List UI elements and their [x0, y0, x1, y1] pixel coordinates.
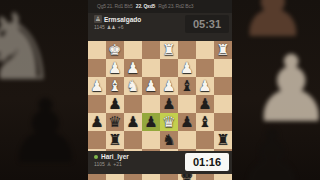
- white-pawn[interactable]: ♟: [178, 59, 196, 77]
- backdrop-pawn-icon: ♟: [6, 88, 85, 176]
- board-square-f3[interactable]: ♞: [124, 77, 142, 95]
- board-square-h6[interactable]: [88, 131, 106, 149]
- board-square-g4[interactable]: ♟: [106, 95, 124, 113]
- online-dot-icon: [94, 155, 98, 159]
- board-square-b3[interactable]: ♟: [196, 77, 214, 95]
- board-square-d2[interactable]: [160, 59, 178, 77]
- bottom-player-captured-pieces: ♙: [107, 161, 111, 167]
- top-player-clock: 05:31: [185, 15, 229, 33]
- white-pawn[interactable]: ♟: [106, 59, 124, 77]
- board-square-c6[interactable]: [178, 131, 196, 149]
- board-square-g2[interactable]: ♟: [106, 59, 124, 77]
- moves-after: Rg6 23. Rd2 Bc3: [158, 3, 193, 9]
- board-square-e1[interactable]: [142, 41, 160, 59]
- board-square-a2[interactable]: [214, 59, 232, 77]
- top-player-bar: ♙ Ermsalgado 1145 ♟♟ +6 05:31: [88, 13, 232, 41]
- board-square-g5[interactable]: ♛: [106, 113, 124, 131]
- move-list[interactable]: Qg5 21. Rd1 Bb5 22. Qxd5 Rg6 23. Rd2 Bc3: [88, 0, 232, 13]
- board-square-h4[interactable]: [88, 95, 106, 113]
- bottom-player-material-advantage: +21: [113, 161, 121, 167]
- board-square-b2[interactable]: [196, 59, 214, 77]
- black-pawn[interactable]: ♟: [142, 113, 160, 131]
- board-square-e3[interactable]: ♟: [142, 77, 160, 95]
- board-square-d6[interactable]: ♞: [160, 131, 178, 149]
- board-square-f1[interactable]: [124, 41, 142, 59]
- black-bishop[interactable]: ♝: [178, 77, 196, 95]
- white-pawn[interactable]: ♟: [124, 59, 142, 77]
- white-rook[interactable]: ♜: [214, 41, 232, 59]
- bottom-player-name[interactable]: Hari_Iyer: [101, 153, 129, 160]
- white-king[interactable]: ♚: [106, 41, 124, 59]
- board-square-f2[interactable]: ♟: [124, 59, 142, 77]
- board-square-h5[interactable]: ♟: [88, 113, 106, 131]
- bottom-player-clock: 01:16: [185, 153, 229, 171]
- bottom-player-rating: 1105: [94, 161, 105, 167]
- chess-app-capture: Qg5 21. Rd1 Bb5 22. Qxd5 Rg6 23. Rd2 Bc3…: [88, 0, 232, 180]
- board-square-f5[interactable]: ♟: [124, 113, 142, 131]
- board-square-a6[interactable]: ♜: [214, 131, 232, 149]
- black-rook[interactable]: ♜: [214, 131, 232, 149]
- white-knight[interactable]: ♞: [124, 77, 142, 95]
- board-square-c3[interactable]: ♝: [178, 77, 196, 95]
- white-rook[interactable]: ♜: [160, 41, 178, 59]
- board-square-b6[interactable]: [196, 131, 214, 149]
- white-pawn[interactable]: ♟: [88, 77, 106, 95]
- board-square-h1[interactable]: [88, 41, 106, 59]
- board-square-f4[interactable]: [124, 95, 142, 113]
- moves-current: 22. Qxd5: [134, 3, 157, 9]
- black-bishop[interactable]: ♝: [196, 113, 214, 131]
- board-square-c2[interactable]: ♟: [178, 59, 196, 77]
- black-pawn[interactable]: ♟: [124, 113, 142, 131]
- black-pawn[interactable]: ♟: [178, 113, 196, 131]
- top-player-name[interactable]: Ermsalgado: [104, 16, 141, 23]
- board-square-c4[interactable]: [178, 95, 196, 113]
- board-square-a3[interactable]: [214, 77, 232, 95]
- board-square-g3[interactable]: ♝: [106, 77, 124, 95]
- white-pawn[interactable]: ♟: [160, 77, 178, 95]
- white-queen[interactable]: ♛: [160, 113, 178, 131]
- board-square-d4[interactable]: ♟: [160, 95, 178, 113]
- top-player-captured-pieces: ♟♟: [107, 24, 116, 30]
- board-square-a4[interactable]: [214, 95, 232, 113]
- board-square-e4[interactable]: [142, 95, 160, 113]
- board-square-d3[interactable]: ♟: [160, 77, 178, 95]
- board-square-g1[interactable]: ♚: [106, 41, 124, 59]
- board-square-f6[interactable]: [124, 131, 142, 149]
- board-square-a1[interactable]: ♜: [214, 41, 232, 59]
- screenshot-root: ♞ ♟ ♟ ♟ ♟ Qg5 21. Rd1 Bb5 22. Qxd5 Rg6 2…: [0, 0, 320, 180]
- black-queen[interactable]: ♛: [106, 113, 124, 131]
- black-pawn[interactable]: ♟: [88, 113, 106, 131]
- board-square-h2[interactable]: [88, 59, 106, 77]
- moves-before: Qg5 21. Rd1 Bb5: [97, 3, 133, 9]
- board-square-d1[interactable]: ♜: [160, 41, 178, 59]
- board-square-b5[interactable]: ♝: [196, 113, 214, 131]
- white-pawn[interactable]: ♟: [142, 77, 160, 95]
- white-pawn[interactable]: ♟: [196, 77, 214, 95]
- top-player-material-advantage: +6: [118, 24, 124, 30]
- board-square-c1[interactable]: [178, 41, 196, 59]
- board-square-g6[interactable]: ♜: [106, 131, 124, 149]
- board-square-h3[interactable]: ♟: [88, 77, 106, 95]
- backdrop-pawn-icon: ♟: [236, 120, 308, 180]
- bottom-player-bar: Hari_Iyer 1105 ♙ +21 01:16: [88, 151, 232, 174]
- board-square-e6[interactable]: [142, 131, 160, 149]
- board-square-c5[interactable]: ♟: [178, 113, 196, 131]
- black-knight[interactable]: ♞: [160, 131, 178, 149]
- board-square-a5[interactable]: [214, 113, 232, 131]
- black-pawn[interactable]: ♟: [160, 95, 178, 113]
- white-bishop[interactable]: ♝: [106, 77, 124, 95]
- top-player-avatar[interactable]: ♙: [94, 15, 102, 23]
- black-pawn[interactable]: ♟: [196, 95, 214, 113]
- board-square-e2[interactable]: [142, 59, 160, 77]
- board-square-b1[interactable]: [196, 41, 214, 59]
- board-square-b4[interactable]: ♟: [196, 95, 214, 113]
- black-pawn[interactable]: ♟: [106, 95, 124, 113]
- board-square-e5[interactable]: ♟: [142, 113, 160, 131]
- board-square-d5[interactable]: ♛: [160, 113, 178, 131]
- black-rook[interactable]: ♜: [106, 131, 124, 149]
- top-player-rating: 1145: [94, 24, 105, 30]
